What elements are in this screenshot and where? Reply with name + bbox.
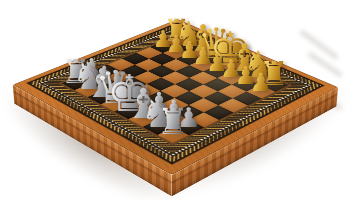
piece-cast-shadow	[307, 51, 343, 78]
chess-set-photo: ♜♞♝♛♚♝♞♜♟♟♟♟♟♟♟♟♟♟♟♟♟♟♟♟♜♞♝♛♚♝♞♜	[0, 0, 350, 200]
piece-brass-pawn[interactable]: ♟	[250, 70, 273, 95]
piece-cast-shadow	[299, 29, 339, 60]
piece-silver-rook[interactable]: ♜	[157, 104, 189, 140]
